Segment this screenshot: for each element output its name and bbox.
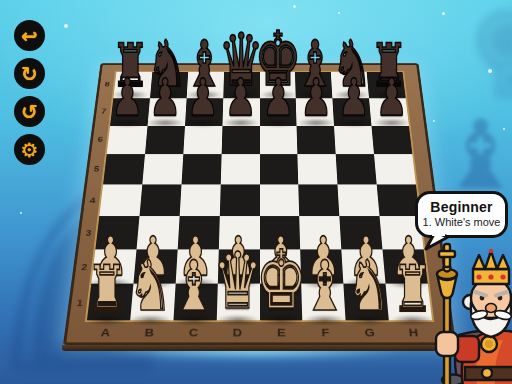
square-c6[interactable] <box>183 126 222 155</box>
square-b6[interactable] <box>145 126 185 155</box>
difficulty-label: Beginner <box>420 199 503 215</box>
piece-white-bishop-f1[interactable]: ♝ <box>303 251 347 321</box>
square-f6[interactable] <box>297 126 336 155</box>
chess-app-screen: ♞ ♝ ♚ ↩ ↻ ↺ ⚙ 87654321 ABCDEFGH ♜♞♝♛♚♝♞♜… <box>0 0 512 384</box>
square-d6[interactable] <box>221 126 259 155</box>
square-h6[interactable] <box>372 126 413 155</box>
move-status-text: 1. White's move <box>420 216 503 228</box>
square-d4[interactable] <box>219 184 259 216</box>
piece-white-rook-a1[interactable]: ♜ <box>86 257 126 321</box>
square-b5[interactable] <box>142 154 183 184</box>
star-dot <box>20 212 22 214</box>
square-a4[interactable] <box>99 184 142 216</box>
toolbar: ↩ ↻ ↺ ⚙ <box>14 20 45 165</box>
square-d5[interactable] <box>220 154 259 184</box>
settings-button[interactable]: ⚙ <box>14 134 45 165</box>
star-dot <box>64 24 68 28</box>
piece-white-knight-g1[interactable]: ♞ <box>347 251 391 321</box>
square-c5[interactable] <box>181 154 221 184</box>
star-dot <box>338 12 340 14</box>
piece-black-pawn-d7[interactable]: ♟ <box>224 73 256 124</box>
piece-white-knight-b1[interactable]: ♞ <box>128 251 172 321</box>
undo-button[interactable]: ↺ <box>14 96 45 127</box>
star-dot <box>433 120 435 122</box>
square-h4[interactable] <box>377 184 420 216</box>
piece-black-pawn-b7[interactable]: ♟ <box>149 73 181 124</box>
return-arrow-icon: ↩ <box>21 24 38 48</box>
square-g5[interactable] <box>336 154 377 184</box>
piece-black-pawn-a7[interactable]: ♟ <box>111 73 143 124</box>
square-e5[interactable] <box>260 154 299 184</box>
square-a5[interactable] <box>103 154 145 184</box>
piece-black-pawn-f7[interactable]: ♟ <box>300 73 332 124</box>
bishop-silhouette: ♝ <box>438 108 512 203</box>
square-g4[interactable] <box>338 184 380 216</box>
square-e4[interactable] <box>260 184 300 216</box>
square-a6[interactable] <box>107 126 148 155</box>
board-front-edge <box>62 345 457 351</box>
redo-button[interactable]: ↻ <box>14 58 45 89</box>
star-dot <box>442 12 445 15</box>
star-dot <box>293 5 296 8</box>
star-dot <box>488 69 492 73</box>
square-c4[interactable] <box>179 184 220 216</box>
back-button[interactable]: ↩ <box>14 20 45 51</box>
square-h5[interactable] <box>374 154 416 184</box>
star-dot <box>503 128 505 130</box>
piece-black-pawn-c7[interactable]: ♟ <box>187 73 219 124</box>
square-f4[interactable] <box>299 184 340 216</box>
king-silhouette: ♚ <box>462 0 512 120</box>
undo-circular-arrow-icon: ↺ <box>21 100 38 124</box>
gear-icon: ⚙ <box>21 138 39 162</box>
piece-black-pawn-g7[interactable]: ♟ <box>338 73 370 124</box>
piece-white-king-e1[interactable]: ♚ <box>256 240 307 321</box>
piece-white-bishop-c1[interactable]: ♝ <box>172 251 216 321</box>
square-g6[interactable] <box>334 126 374 155</box>
king-mascot <box>429 240 512 384</box>
piece-black-pawn-e7[interactable]: ♟ <box>262 73 294 124</box>
square-f5[interactable] <box>298 154 338 184</box>
piece-white-rook-h1[interactable]: ♜ <box>392 257 432 321</box>
piece-black-pawn-h7[interactable]: ♟ <box>376 73 408 124</box>
redo-circular-arrow-icon: ↻ <box>21 62 38 86</box>
square-e6[interactable] <box>260 126 298 155</box>
square-b4[interactable] <box>139 184 181 216</box>
